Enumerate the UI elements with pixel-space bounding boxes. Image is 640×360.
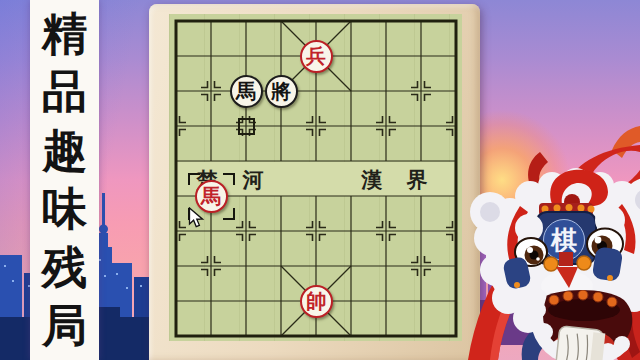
river-label-he: 河 [243, 169, 264, 191]
mouse-cursor [188, 207, 205, 229]
piece-black-general[interactable]: 將 [265, 75, 298, 108]
banner-char: 残 [30, 244, 99, 292]
title-banner: 精 品 趣 味 残 局 [30, 0, 99, 360]
banner-char: 精 [30, 10, 99, 58]
banner-char: 品 [30, 68, 99, 116]
piece-red-general[interactable]: 帥 [300, 285, 333, 318]
city-skyline-right [468, 208, 640, 345]
banner-char: 局 [30, 302, 99, 350]
piece-black-horse[interactable]: 馬 [230, 75, 263, 108]
river-label-jie: 界 [407, 169, 428, 191]
thumbnail-canvas: 精 品 趣 味 残 局 楚 河 漢 界 兵馬將馬帥 [0, 0, 640, 360]
move-hint-marker[interactable] [238, 118, 255, 135]
piece-red-soldier[interactable]: 兵 [300, 40, 333, 73]
banner-char: 味 [30, 185, 99, 233]
banner-char: 趣 [30, 127, 99, 175]
xiangqi-board[interactable]: 楚 河 漢 界 兵馬將馬帥 [149, 4, 480, 360]
river-label-han: 漢 [362, 169, 383, 191]
